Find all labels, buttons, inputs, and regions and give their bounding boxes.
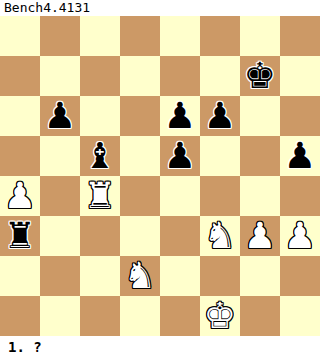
square-g4[interactable] [240, 176, 280, 216]
square-h3[interactable]: ♟ [280, 216, 320, 256]
square-e3[interactable] [160, 216, 200, 256]
white-rook: ♜ [84, 176, 116, 216]
square-d6[interactable] [120, 96, 160, 136]
square-f4[interactable] [200, 176, 240, 216]
square-b1[interactable] [40, 296, 80, 336]
chess-board: ♚♟♟♟♝♟♟♟♜♜♞♟♟♞♚ [0, 16, 320, 336]
black-bishop: ♝ [84, 136, 116, 176]
black-pawn: ♟ [204, 96, 236, 136]
square-g3[interactable]: ♟ [240, 216, 280, 256]
black-king: ♚ [244, 56, 276, 96]
square-f2[interactable] [200, 256, 240, 296]
square-g7[interactable]: ♚ [240, 56, 280, 96]
square-b2[interactable] [40, 256, 80, 296]
square-f7[interactable] [200, 56, 240, 96]
white-knight: ♞ [124, 256, 156, 296]
square-h6[interactable] [280, 96, 320, 136]
square-c3[interactable] [80, 216, 120, 256]
white-pawn: ♟ [284, 216, 316, 256]
square-b3[interactable] [40, 216, 80, 256]
square-b8[interactable] [40, 16, 80, 56]
square-d7[interactable] [120, 56, 160, 96]
square-f6[interactable]: ♟ [200, 96, 240, 136]
square-b6[interactable]: ♟ [40, 96, 80, 136]
square-c8[interactable] [80, 16, 120, 56]
square-d3[interactable] [120, 216, 160, 256]
white-knight: ♞ [204, 216, 236, 256]
square-h1[interactable] [280, 296, 320, 336]
square-a5[interactable] [0, 136, 40, 176]
black-pawn: ♟ [44, 96, 76, 136]
square-a8[interactable] [0, 16, 40, 56]
square-a1[interactable] [0, 296, 40, 336]
square-h8[interactable] [280, 16, 320, 56]
square-h5[interactable]: ♟ [280, 136, 320, 176]
white-king: ♚ [204, 296, 236, 336]
square-f3[interactable]: ♞ [200, 216, 240, 256]
white-pawn: ♟ [244, 216, 276, 256]
square-a7[interactable] [0, 56, 40, 96]
white-pawn: ♟ [4, 176, 36, 216]
black-rook: ♜ [4, 216, 36, 256]
square-f8[interactable] [200, 16, 240, 56]
square-b5[interactable] [40, 136, 80, 176]
square-h7[interactable] [280, 56, 320, 96]
square-c4[interactable]: ♜ [80, 176, 120, 216]
square-f5[interactable] [200, 136, 240, 176]
square-a4[interactable]: ♟ [0, 176, 40, 216]
square-c2[interactable] [80, 256, 120, 296]
square-a2[interactable] [0, 256, 40, 296]
square-e1[interactable] [160, 296, 200, 336]
square-d5[interactable] [120, 136, 160, 176]
square-b4[interactable] [40, 176, 80, 216]
square-a6[interactable] [0, 96, 40, 136]
black-pawn: ♟ [284, 136, 316, 176]
square-b7[interactable] [40, 56, 80, 96]
square-c1[interactable] [80, 296, 120, 336]
square-e2[interactable] [160, 256, 200, 296]
square-c5[interactable]: ♝ [80, 136, 120, 176]
square-d1[interactable] [120, 296, 160, 336]
square-g6[interactable] [240, 96, 280, 136]
square-g2[interactable] [240, 256, 280, 296]
black-pawn: ♟ [164, 136, 196, 176]
square-e4[interactable] [160, 176, 200, 216]
square-c7[interactable] [80, 56, 120, 96]
square-g1[interactable] [240, 296, 280, 336]
square-f1[interactable]: ♚ [200, 296, 240, 336]
black-pawn: ♟ [164, 96, 196, 136]
square-h4[interactable] [280, 176, 320, 216]
square-g5[interactable] [240, 136, 280, 176]
square-e5[interactable]: ♟ [160, 136, 200, 176]
square-a3[interactable]: ♜ [0, 216, 40, 256]
move-prompt: 1. ? [0, 336, 320, 360]
square-d4[interactable] [120, 176, 160, 216]
square-h2[interactable] [280, 256, 320, 296]
square-e6[interactable]: ♟ [160, 96, 200, 136]
square-e8[interactable] [160, 16, 200, 56]
square-d8[interactable] [120, 16, 160, 56]
square-c6[interactable] [80, 96, 120, 136]
square-g8[interactable] [240, 16, 280, 56]
diagram-title: Bench4.4131 [0, 0, 320, 16]
square-d2[interactable]: ♞ [120, 256, 160, 296]
chess-diagram-window: Bench4.4131 ♚♟♟♟♝♟♟♟♜♜♞♟♟♞♚ 1. ? [0, 0, 320, 360]
square-e7[interactable] [160, 56, 200, 96]
